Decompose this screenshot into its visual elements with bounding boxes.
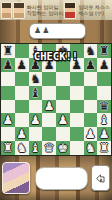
square-g3[interactable] — [84, 113, 98, 127]
square-f2[interactable] — [70, 127, 84, 141]
black-q-piece: ♛ — [99, 100, 110, 112]
player-left-sub: 작정하는 엄마이 — [27, 10, 64, 16]
square-b5[interactable] — [15, 86, 29, 100]
square-a5[interactable] — [1, 86, 15, 100]
square-d3[interactable] — [42, 113, 56, 127]
square-f4[interactable] — [70, 100, 84, 114]
square-e4[interactable] — [56, 100, 70, 114]
white-r-piece: ♜ — [2, 142, 13, 154]
player-left-info: 화사한 엄마임 작정하는 엄마이 — [27, 4, 64, 17]
white-p-piece: ♟ — [44, 100, 55, 112]
white-p-piece: ♟ — [85, 128, 96, 140]
white-n-piece: ♞ — [85, 142, 96, 154]
square-c1[interactable]: ♝ — [29, 141, 43, 155]
square-f3[interactable] — [70, 113, 84, 127]
square-f1[interactable] — [70, 141, 84, 155]
square-g1[interactable]: ♞ — [84, 141, 98, 155]
square-b2[interactable]: ♟ — [15, 127, 29, 141]
square-d6[interactable] — [42, 72, 56, 86]
captured-pieces-bubble: ♟♟ — [29, 23, 86, 39]
square-g2[interactable]: ♟ — [84, 127, 98, 141]
black-b-piece: ♝ — [30, 86, 41, 98]
player-right-sub: 체스명 (수) — [78, 10, 110, 16]
white-n-piece: ♞ — [16, 142, 27, 154]
square-g5[interactable] — [84, 86, 98, 100]
square-h3[interactable]: ♝ — [97, 113, 111, 127]
square-b1[interactable]: ♞ — [15, 141, 29, 155]
square-a3[interactable]: ♟ — [1, 113, 15, 127]
square-c4[interactable] — [29, 100, 43, 114]
square-a4[interactable] — [1, 100, 15, 114]
wood-strip: ♟♟ — [0, 20, 112, 43]
chess-game-screen: 화사한 엄마임 작정하는 엄마이 엄마유 체스스 체스명 (수) ♟♟ ♜♝♚♞… — [0, 0, 112, 200]
square-e1[interactable]: ♚ — [56, 141, 70, 155]
square-d4[interactable]: ♟ — [42, 100, 56, 114]
square-a6[interactable] — [1, 72, 15, 86]
square-h5[interactable] — [97, 86, 111, 100]
bottom-bar — [0, 156, 112, 200]
square-b3[interactable] — [15, 113, 29, 127]
square-h2[interactable]: ♟ — [97, 127, 111, 141]
white-b-piece: ♝ — [99, 114, 110, 126]
square-f5[interactable] — [70, 86, 84, 100]
square-g6[interactable] — [84, 72, 98, 86]
square-h4[interactable]: ♛ — [97, 100, 111, 114]
square-h1[interactable]: ♜ — [97, 141, 111, 155]
white-p-piece: ♟ — [2, 114, 13, 126]
square-c2[interactable] — [29, 127, 43, 141]
back-button[interactable] — [91, 165, 110, 191]
return-arrow-icon — [95, 173, 106, 184]
white-b-piece: ♝ — [30, 142, 41, 154]
square-b4[interactable] — [15, 100, 29, 114]
white-r-piece: ♜ — [99, 142, 110, 154]
square-d5[interactable] — [42, 86, 56, 100]
black-pawn: ♟ — [42, 27, 49, 35]
players-header: 화사한 엄마임 작정하는 엄마이 엄마유 체스스 체스명 (수) — [0, 0, 112, 22]
square-a2[interactable] — [1, 127, 15, 141]
square-d1[interactable]: ♛ — [42, 141, 56, 155]
white-p-piece: ♟ — [16, 128, 27, 140]
square-g4[interactable] — [84, 100, 98, 114]
my-avatar[interactable] — [2, 162, 30, 194]
square-e3[interactable]: ♟ — [56, 113, 70, 127]
white-p-piece: ♟ — [30, 114, 41, 126]
square-e5[interactable] — [56, 86, 70, 100]
square-a1[interactable]: ♜ — [1, 141, 15, 155]
player-right-info: 엄마유 체스스 체스명 (수) — [63, 2, 110, 19]
player-left-avatar-2[interactable] — [13, 2, 24, 19]
white-p-piece: ♟ — [99, 128, 110, 140]
square-f6[interactable] — [70, 72, 84, 86]
square-c5[interactable]: ♝ — [29, 86, 43, 100]
square-c3[interactable]: ♟ — [29, 113, 43, 127]
black-n-piece: ♞ — [30, 72, 41, 84]
square-h6[interactable] — [97, 72, 111, 86]
square-e2[interactable] — [56, 127, 70, 141]
square-c6[interactable]: ♞ — [29, 72, 43, 86]
square-d2[interactable] — [42, 127, 56, 141]
chat-input[interactable] — [35, 167, 88, 190]
black-pawn: ♟ — [34, 27, 41, 35]
player-left-avatar-1[interactable] — [1, 2, 12, 19]
white-q-piece: ♛ — [44, 142, 55, 154]
white-k-piece: ♚ — [57, 142, 68, 154]
player-right-avatar[interactable] — [64, 2, 76, 19]
square-e6[interactable] — [56, 72, 70, 86]
square-b6[interactable] — [15, 72, 29, 86]
check-banner: CHECK!! — [0, 50, 112, 62]
white-p-piece: ♟ — [57, 114, 68, 126]
